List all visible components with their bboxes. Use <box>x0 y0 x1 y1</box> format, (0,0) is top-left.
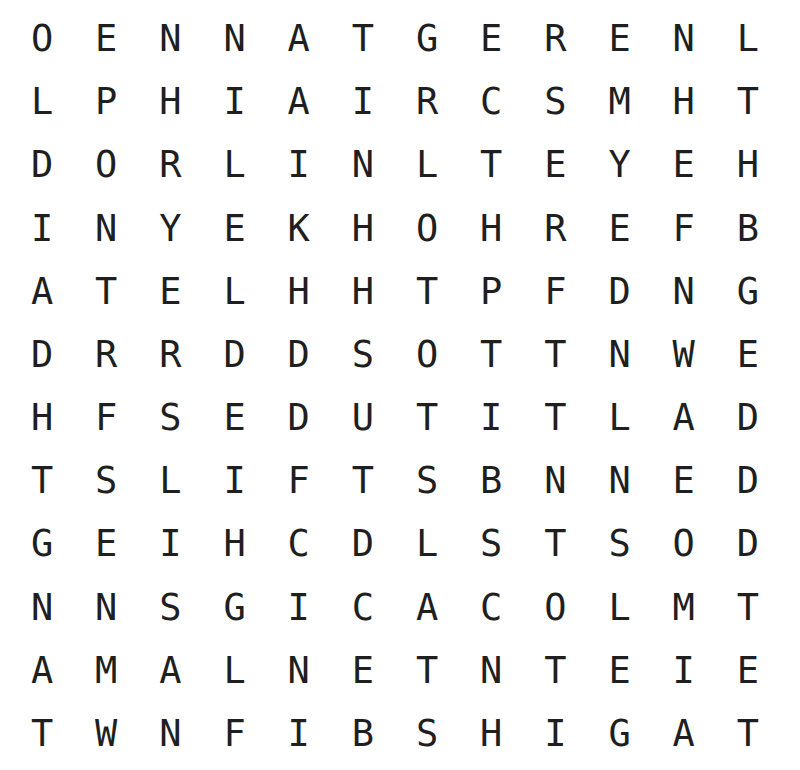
grid-cell-r12c9[interactable]: I <box>523 702 587 765</box>
grid-cell-r2c4[interactable]: I <box>202 70 266 133</box>
grid-cell-r3c6[interactable]: N <box>331 133 395 196</box>
grid-cell-r12c1[interactable]: T <box>10 702 74 765</box>
grid-cell-r10c7[interactable]: A <box>395 576 459 639</box>
grid-cell-r3c8[interactable]: T <box>459 133 523 196</box>
grid-cell-r4c2[interactable]: N <box>74 197 138 260</box>
grid-cell-r7c6[interactable]: U <box>331 386 395 449</box>
grid-cell-r8c10[interactable]: N <box>587 449 651 512</box>
grid-cell-r9c3[interactable]: I <box>138 512 202 575</box>
grid-cell-r4c10[interactable]: E <box>587 197 651 260</box>
grid-cell-r6c4[interactable]: D <box>202 323 266 386</box>
grid-cell-r10c10[interactable]: L <box>587 576 651 639</box>
grid-cell-r8c9[interactable]: N <box>523 449 587 512</box>
grid-cell-r1c10[interactable]: E <box>587 7 651 70</box>
grid-cell-r3c4[interactable]: L <box>202 133 266 196</box>
grid-cell-r4c11[interactable]: F <box>652 197 716 260</box>
grid-cell-r9c6[interactable]: D <box>331 512 395 575</box>
grid-cell-r6c9[interactable]: T <box>523 323 587 386</box>
grid-cell-r5c11[interactable]: N <box>652 260 716 323</box>
grid-cell-r6c10[interactable]: N <box>587 323 651 386</box>
grid-cell-r9c1[interactable]: G <box>10 512 74 575</box>
grid-cell-r1c11[interactable]: N <box>652 7 716 70</box>
grid-cell-r4c3[interactable]: Y <box>138 197 202 260</box>
grid-cell-r2c7[interactable]: R <box>395 70 459 133</box>
grid-cell-r4c5[interactable]: K <box>267 197 331 260</box>
grid-cell-r7c2[interactable]: F <box>74 386 138 449</box>
grid-cell-r11c7[interactable]: T <box>395 639 459 702</box>
grid-cell-r5c10[interactable]: D <box>587 260 651 323</box>
grid-cell-r4c8[interactable]: H <box>459 197 523 260</box>
grid-cell-r5c3[interactable]: E <box>138 260 202 323</box>
grid-cell-r6c2[interactable]: R <box>74 323 138 386</box>
grid-cell-r6c6[interactable]: S <box>331 323 395 386</box>
grid-cell-r8c1[interactable]: T <box>10 449 74 512</box>
grid-cell-r12c4[interactable]: F <box>202 702 266 765</box>
grid-cell-r1c12[interactable]: L <box>716 7 780 70</box>
grid-cell-r10c6[interactable]: C <box>331 576 395 639</box>
grid-cell-r7c5[interactable]: D <box>267 386 331 449</box>
grid-cell-r9c5[interactable]: C <box>267 512 331 575</box>
grid-cell-r8c7[interactable]: S <box>395 449 459 512</box>
grid-cell-r3c1[interactable]: D <box>10 133 74 196</box>
grid-cell-r1c3[interactable]: N <box>138 7 202 70</box>
grid-cell-r9c8[interactable]: S <box>459 512 523 575</box>
grid-cell-r3c3[interactable]: R <box>138 133 202 196</box>
grid-cell-r10c5[interactable]: I <box>267 576 331 639</box>
grid-cell-r7c4[interactable]: E <box>202 386 266 449</box>
grid-cell-r9c4[interactable]: H <box>202 512 266 575</box>
grid-cell-r11c9[interactable]: T <box>523 639 587 702</box>
grid-cell-r4c7[interactable]: O <box>395 197 459 260</box>
grid-cell-r11c1[interactable]: A <box>10 639 74 702</box>
grid-cell-r8c3[interactable]: L <box>138 449 202 512</box>
grid-cell-r10c4[interactable]: G <box>202 576 266 639</box>
grid-cell-r2c5[interactable]: A <box>267 70 331 133</box>
grid-cell-r1c6[interactable]: T <box>331 7 395 70</box>
grid-cell-r5c12[interactable]: G <box>716 260 780 323</box>
grid-cell-r11c6[interactable]: E <box>331 639 395 702</box>
grid-cell-r5c4[interactable]: L <box>202 260 266 323</box>
grid-cell-r3c11[interactable]: E <box>652 133 716 196</box>
grid-cell-r12c2[interactable]: W <box>74 702 138 765</box>
grid-cell-r8c2[interactable]: S <box>74 449 138 512</box>
grid-cell-r5c2[interactable]: T <box>74 260 138 323</box>
grid-cell-r8c6[interactable]: T <box>331 449 395 512</box>
grid-cell-r2c10[interactable]: M <box>587 70 651 133</box>
grid-cell-r9c10[interactable]: S <box>587 512 651 575</box>
grid-cell-r12c11[interactable]: A <box>652 702 716 765</box>
grid-cell-r4c4[interactable]: E <box>202 197 266 260</box>
grid-cell-r12c10[interactable]: G <box>587 702 651 765</box>
grid-cell-r3c9[interactable]: E <box>523 133 587 196</box>
grid-cell-r10c9[interactable]: O <box>523 576 587 639</box>
grid-cell-r3c5[interactable]: I <box>267 133 331 196</box>
grid-cell-r7c11[interactable]: A <box>652 386 716 449</box>
grid-cell-r11c8[interactable]: N <box>459 639 523 702</box>
grid-cell-r2c9[interactable]: S <box>523 70 587 133</box>
grid-cell-r1c9[interactable]: R <box>523 7 587 70</box>
grid-cell-r4c9[interactable]: R <box>523 197 587 260</box>
grid-cell-r11c12[interactable]: E <box>716 639 780 702</box>
grid-cell-r11c10[interactable]: E <box>587 639 651 702</box>
grid-cell-r10c2[interactable]: N <box>74 576 138 639</box>
grid-cell-r10c12[interactable]: T <box>716 576 780 639</box>
word-search-grid: OENNATGERENLLPHIAIRCSMHTDORLINLTEYEHINYE… <box>10 7 780 765</box>
grid-cell-r1c7[interactable]: G <box>395 7 459 70</box>
grid-cell-r9c7[interactable]: L <box>395 512 459 575</box>
grid-cell-r5c1[interactable]: A <box>10 260 74 323</box>
grid-cell-r12c7[interactable]: S <box>395 702 459 765</box>
grid-cell-r3c12[interactable]: H <box>716 133 780 196</box>
grid-cell-r7c10[interactable]: L <box>587 386 651 449</box>
grid-cell-r2c6[interactable]: I <box>331 70 395 133</box>
grid-cell-r8c5[interactable]: F <box>267 449 331 512</box>
grid-cell-r1c2[interactable]: E <box>74 7 138 70</box>
grid-cell-r11c11[interactable]: I <box>652 639 716 702</box>
grid-cell-r11c2[interactable]: M <box>74 639 138 702</box>
grid-cell-r4c6[interactable]: H <box>331 197 395 260</box>
grid-cell-r4c1[interactable]: I <box>10 197 74 260</box>
grid-cell-r6c3[interactable]: R <box>138 323 202 386</box>
grid-cell-r4c12[interactable]: B <box>716 197 780 260</box>
grid-cell-r12c6[interactable]: B <box>331 702 395 765</box>
grid-cell-r8c8[interactable]: B <box>459 449 523 512</box>
grid-cell-r2c3[interactable]: H <box>138 70 202 133</box>
grid-cell-r1c8[interactable]: E <box>459 7 523 70</box>
grid-cell-r11c3[interactable]: A <box>138 639 202 702</box>
grid-cell-r3c10[interactable]: Y <box>587 133 651 196</box>
grid-cell-r9c9[interactable]: T <box>523 512 587 575</box>
grid-cell-r5c8[interactable]: P <box>459 260 523 323</box>
grid-cell-r1c1[interactable]: O <box>10 7 74 70</box>
grid-cell-r5c9[interactable]: F <box>523 260 587 323</box>
grid-cell-r2c8[interactable]: C <box>459 70 523 133</box>
grid-cell-r8c4[interactable]: I <box>202 449 266 512</box>
grid-cell-r5c7[interactable]: T <box>395 260 459 323</box>
grid-cell-r1c4[interactable]: N <box>202 7 266 70</box>
grid-cell-r6c5[interactable]: D <box>267 323 331 386</box>
grid-cell-r6c7[interactable]: O <box>395 323 459 386</box>
grid-cell-r11c4[interactable]: L <box>202 639 266 702</box>
grid-cell-r3c2[interactable]: O <box>74 133 138 196</box>
grid-cell-r10c11[interactable]: M <box>652 576 716 639</box>
grid-cell-r2c2[interactable]: P <box>74 70 138 133</box>
grid-cell-r5c5[interactable]: H <box>267 260 331 323</box>
grid-cell-r7c1[interactable]: H <box>10 386 74 449</box>
grid-cell-r2c1[interactable]: L <box>10 70 74 133</box>
grid-cell-r8c12[interactable]: D <box>716 449 780 512</box>
grid-cell-r2c11[interactable]: H <box>652 70 716 133</box>
grid-cell-r7c7[interactable]: T <box>395 386 459 449</box>
grid-cell-r7c8[interactable]: I <box>459 386 523 449</box>
grid-cell-r9c12[interactable]: D <box>716 512 780 575</box>
grid-cell-r8c11[interactable]: E <box>652 449 716 512</box>
grid-cell-r11c5[interactable]: N <box>267 639 331 702</box>
grid-cell-r10c3[interactable]: S <box>138 576 202 639</box>
grid-cell-r6c8[interactable]: T <box>459 323 523 386</box>
grid-cell-r12c3[interactable]: N <box>138 702 202 765</box>
grid-cell-r5c6[interactable]: H <box>331 260 395 323</box>
grid-cell-r12c8[interactable]: H <box>459 702 523 765</box>
grid-cell-r10c8[interactable]: C <box>459 576 523 639</box>
grid-cell-r6c12[interactable]: E <box>716 323 780 386</box>
grid-cell-r9c2[interactable]: E <box>74 512 138 575</box>
grid-cell-r2c12[interactable]: T <box>716 70 780 133</box>
grid-cell-r3c7[interactable]: L <box>395 133 459 196</box>
grid-cell-r7c12[interactable]: D <box>716 386 780 449</box>
grid-cell-r7c3[interactable]: S <box>138 386 202 449</box>
grid-cell-r9c11[interactable]: O <box>652 512 716 575</box>
grid-cell-r12c12[interactable]: T <box>716 702 780 765</box>
grid-cell-r12c5[interactable]: I <box>267 702 331 765</box>
grid-cell-r6c11[interactable]: W <box>652 323 716 386</box>
grid-cell-r1c5[interactable]: A <box>267 7 331 70</box>
grid-cell-r6c1[interactable]: D <box>10 323 74 386</box>
grid-cell-r10c1[interactable]: N <box>10 576 74 639</box>
grid-cell-r7c9[interactable]: T <box>523 386 587 449</box>
